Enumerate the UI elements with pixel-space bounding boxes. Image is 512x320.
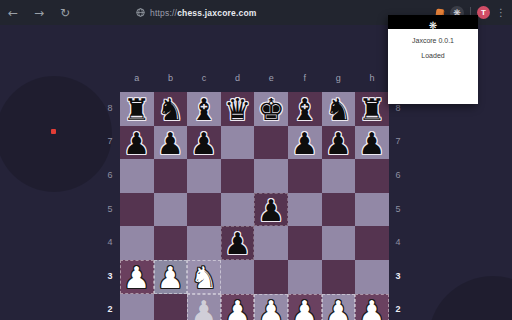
square-g3[interactable]: [322, 260, 356, 294]
file-label-a: a: [120, 73, 154, 91]
square-f4[interactable]: [288, 226, 322, 260]
file-label-g: g: [322, 73, 356, 91]
square-a4[interactable]: [120, 226, 154, 260]
piece-black-king[interactable]: ♚: [254, 93, 288, 127]
jaxcore-popup: ❋ Jaxcore 0.0.1 Loaded: [388, 15, 478, 104]
square-e2[interactable]: ♟: [254, 294, 288, 320]
square-f2[interactable]: ♟: [288, 294, 322, 320]
square-d7[interactable]: [221, 126, 255, 160]
square-e3[interactable]: [254, 260, 288, 294]
file-labels: abcdefgh: [120, 73, 389, 91]
square-d8[interactable]: ♛: [221, 92, 255, 126]
piece-black-bishop[interactable]: ♝: [187, 93, 221, 127]
square-c5[interactable]: [187, 193, 221, 227]
square-d4[interactable]: ♟: [221, 226, 255, 260]
reload-icon[interactable]: ↻: [52, 6, 78, 20]
rank-label-2-left: 2: [102, 304, 118, 314]
square-c2[interactable]: ♟: [187, 294, 221, 320]
square-a6[interactable]: [120, 159, 154, 193]
square-b5[interactable]: [154, 193, 188, 227]
file-label-f: f: [288, 73, 322, 91]
piece-black-pawn[interactable]: ♟: [322, 127, 356, 161]
square-a3[interactable]: ♟: [120, 260, 154, 294]
piece-black-pawn[interactable]: ♟: [120, 127, 154, 161]
piece-black-queen[interactable]: ♛: [221, 93, 255, 127]
piece-white-pawn[interactable]: ♟: [187, 295, 221, 320]
square-b3[interactable]: ♟: [154, 260, 188, 294]
square-h5[interactable]: [355, 193, 389, 227]
back-icon[interactable]: ←: [0, 6, 26, 20]
piece-white-knight[interactable]: ♞: [187, 261, 221, 295]
square-g4[interactable]: [322, 226, 356, 260]
square-b6[interactable]: [154, 159, 188, 193]
rank-label-7-right: 7: [390, 136, 406, 146]
rank-label-3-left: 3: [102, 271, 118, 281]
piece-black-pawn[interactable]: ♟: [154, 127, 188, 161]
piece-black-pawn[interactable]: ♟: [221, 227, 255, 261]
piece-white-pawn[interactable]: ♟: [288, 295, 322, 320]
globe-icon: [136, 8, 145, 17]
square-c4[interactable]: [187, 226, 221, 260]
square-b4[interactable]: [154, 226, 188, 260]
rank-label-2-right: 2: [390, 304, 406, 314]
square-c3[interactable]: ♞: [187, 260, 221, 294]
file-label-b: b: [154, 73, 188, 91]
piece-white-pawn[interactable]: ♟: [254, 295, 288, 320]
square-h4[interactable]: [355, 226, 389, 260]
rank-label-3-right: 3: [390, 271, 406, 281]
square-c8[interactable]: ♝: [187, 92, 221, 126]
piece-black-pawn[interactable]: ♟: [187, 127, 221, 161]
square-f7[interactable]: ♟: [288, 126, 322, 160]
rank-label-7-left: 7: [102, 136, 118, 146]
square-h6[interactable]: [355, 159, 389, 193]
piece-black-bishop[interactable]: ♝: [288, 93, 322, 127]
url-text: https://chess.jaxcore.com: [150, 8, 257, 18]
browser-menu-icon[interactable]: ⋮: [496, 8, 506, 18]
jaxcore-version-text: Jaxcore 0.0.1: [388, 29, 478, 44]
square-h8[interactable]: ♜: [355, 92, 389, 126]
url-domain: chess.jaxcore.com: [177, 8, 256, 18]
square-g6[interactable]: [322, 159, 356, 193]
square-h7[interactable]: ♟: [355, 126, 389, 160]
square-b2[interactable]: [154, 294, 188, 320]
rank-label-4-left: 4: [102, 237, 118, 247]
rank-label-4-right: 4: [390, 237, 406, 247]
rank-label-8-right: 8: [390, 103, 406, 113]
piece-white-pawn[interactable]: ♟: [355, 295, 389, 320]
forward-icon[interactable]: →: [26, 6, 52, 20]
square-g8[interactable]: ♞: [322, 92, 356, 126]
square-h2[interactable]: ♟: [355, 294, 389, 320]
rank-label-6-left: 6: [102, 170, 118, 180]
file-label-h: h: [355, 73, 389, 91]
piece-black-rook[interactable]: ♜: [355, 93, 389, 127]
square-f6[interactable]: [288, 159, 322, 193]
piece-white-pawn[interactable]: ♟: [154, 261, 188, 295]
file-label-c: c: [187, 73, 221, 91]
square-g7[interactable]: ♟: [322, 126, 356, 160]
piece-white-pawn[interactable]: ♟: [120, 261, 154, 295]
jaxcore-logo-icon: ❋: [429, 20, 437, 31]
square-c6[interactable]: [187, 159, 221, 193]
square-a2[interactable]: [120, 294, 154, 320]
profile-avatar[interactable]: T: [477, 6, 490, 19]
file-label-e: e: [254, 73, 288, 91]
square-d2[interactable]: ♟: [221, 294, 255, 320]
address-bar[interactable]: https://chess.jaxcore.com: [136, 8, 257, 18]
square-e4[interactable]: [254, 226, 288, 260]
square-e8[interactable]: ♚: [254, 92, 288, 126]
piece-black-rook[interactable]: ♜: [120, 93, 154, 127]
piece-white-pawn[interactable]: ♟: [221, 295, 255, 320]
square-a5[interactable]: [120, 193, 154, 227]
square-f3[interactable]: [288, 260, 322, 294]
piece-black-pawn[interactable]: ♟: [254, 194, 288, 228]
square-c7[interactable]: ♟: [187, 126, 221, 160]
square-g2[interactable]: ♟: [322, 294, 356, 320]
square-d3[interactable]: [221, 260, 255, 294]
square-f5[interactable]: [288, 193, 322, 227]
url-scheme: https://: [150, 8, 177, 18]
square-e5[interactable]: ♟: [254, 193, 288, 227]
square-d6[interactable]: [221, 159, 255, 193]
rank-label-5-right: 5: [390, 204, 406, 214]
rank-label-8-left: 8: [102, 103, 118, 113]
square-e7[interactable]: [254, 126, 288, 160]
square-a8[interactable]: ♜: [120, 92, 154, 126]
chess-board: ♜♞♝♛♚♝♞♜♟♟♟♟♟♟♟♟♟♟♞♟♟♟♟♟♟♜♝♛♚♝♞♜: [120, 92, 389, 320]
piece-black-pawn[interactable]: ♟: [355, 127, 389, 161]
square-e6[interactable]: [254, 159, 288, 193]
jaxcore-status-text: Loaded: [388, 44, 478, 59]
jaxcore-popup-body: Jaxcore 0.0.1 Loaded: [388, 29, 478, 104]
square-f8[interactable]: ♝: [288, 92, 322, 126]
piece-white-pawn[interactable]: ♟: [322, 295, 356, 320]
jaxcore-popup-header: ❋: [388, 15, 478, 29]
rank-label-6-right: 6: [390, 170, 406, 180]
rank-label-5-left: 5: [102, 204, 118, 214]
square-b7[interactable]: ♟: [154, 126, 188, 160]
square-a7[interactable]: ♟: [120, 126, 154, 160]
square-d5[interactable]: [221, 193, 255, 227]
piece-black-pawn[interactable]: ♟: [288, 127, 322, 161]
square-h3[interactable]: [355, 260, 389, 294]
file-label-d: d: [221, 73, 255, 91]
square-g5[interactable]: [322, 193, 356, 227]
square-b8[interactable]: ♞: [154, 92, 188, 126]
piece-black-knight[interactable]: ♞: [322, 93, 356, 127]
piece-black-knight[interactable]: ♞: [154, 93, 188, 127]
